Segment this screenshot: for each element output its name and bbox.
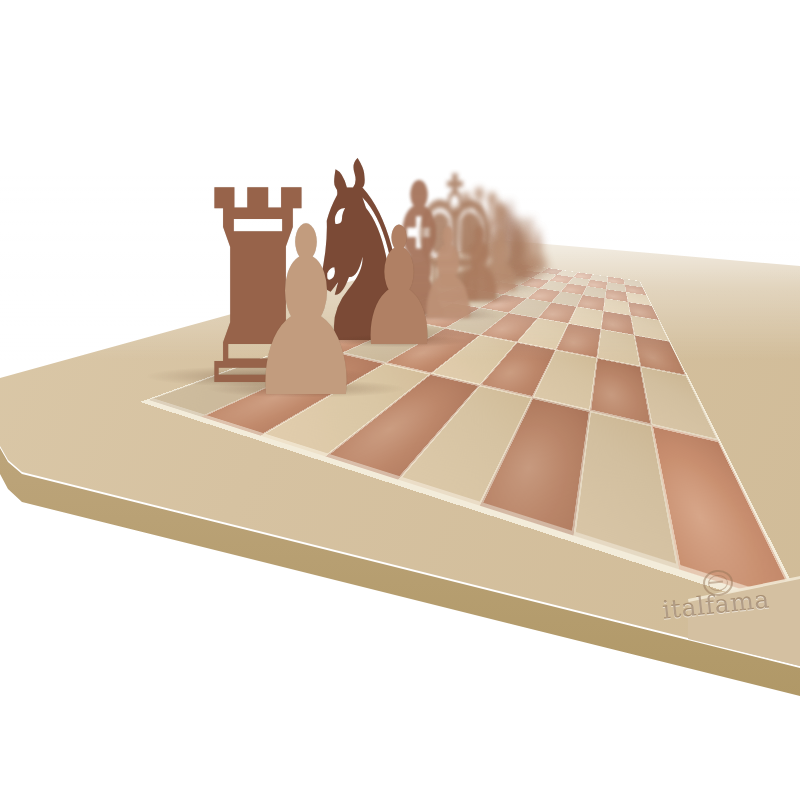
product-photo-canvas: ♜♞♝♚♛♝♞♜♟♟♟♟♟♟♟♟ italfama [0, 0, 800, 800]
